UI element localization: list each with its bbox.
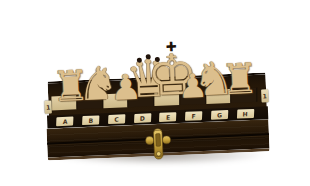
file-label-e: E [159,112,176,122]
king-cross-finial: ✚ [165,40,176,53]
file-label-g: G [211,110,228,120]
file-label-b: B [82,115,99,125]
file-label-f: F [185,111,202,121]
file-label-a: A [56,116,73,126]
rank-label-right: 1 [261,89,269,102]
product-photo-chess-set: A B C D E F G H 1 1 [0,0,310,186]
folded-chess-box: A B C D E F G H 1 1 [44,67,269,160]
piece-row: ♜ ♞ ♟ ♛ ♚✚ ♟ ♞ ♜ [49,44,257,113]
file-label-d: D [134,113,151,123]
file-label-h: H [237,109,254,119]
brass-clasp-icon [143,127,174,160]
file-label-c: C [108,114,125,124]
piece-rook-right: ♜ [220,58,259,102]
